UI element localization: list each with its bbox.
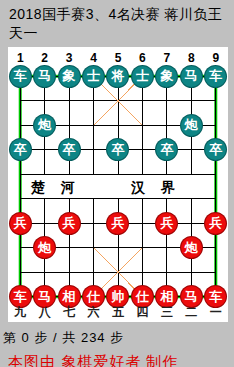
- file-labels-bottom: 九 八 七 六 五 四 三 二 一: [8, 305, 228, 319]
- piece-black-cannon[interactable]: 炮: [181, 115, 202, 136]
- piece-black-soldier[interactable]: 卒: [107, 139, 128, 160]
- file-label-five: 五: [112, 306, 124, 319]
- piece-black-general[interactable]: 将: [107, 66, 128, 87]
- piece-red-cannon[interactable]: 炮: [34, 237, 55, 258]
- piece-black-soldier[interactable]: 卒: [10, 139, 31, 160]
- piece-black-soldier[interactable]: 卒: [156, 139, 177, 160]
- file-label-9: 9: [212, 52, 219, 64]
- file-label-7: 7: [164, 52, 171, 64]
- piece-red-soldier[interactable]: 兵: [107, 213, 128, 234]
- piece-black-soldier[interactable]: 卒: [59, 139, 80, 160]
- piece-black-chariot[interactable]: 车: [205, 66, 226, 87]
- piece-red-soldier[interactable]: 兵: [205, 213, 226, 234]
- piece-black-soldier[interactable]: 卒: [205, 139, 226, 160]
- file-label-six: 六: [88, 306, 100, 319]
- piece-red-soldier[interactable]: 兵: [156, 213, 177, 234]
- credit-line: 本图由 象棋爱好者 制作: [8, 353, 234, 367]
- piece-black-chariot[interactable]: 车: [10, 66, 31, 87]
- file-label-four: 四: [136, 306, 148, 319]
- file-label-2: 2: [41, 52, 48, 64]
- file-label-4: 4: [90, 52, 97, 64]
- move-counter: 第 0 步 / 共 234 步: [3, 329, 234, 347]
- xiangqi-board: 楚 河 汉 界 车马象士将士象马车炮炮卒卒卒卒卒兵兵兵兵兵炮炮车马相仕帅仕相马车: [8, 64, 228, 309]
- piece-red-cannon[interactable]: 炮: [181, 237, 202, 258]
- file-label-eight: 八: [39, 306, 51, 319]
- piece-black-elephant[interactable]: 象: [59, 66, 80, 87]
- file-label-seven: 七: [63, 306, 75, 319]
- piece-black-horse[interactable]: 马: [181, 66, 202, 87]
- file-label-6: 6: [139, 52, 146, 64]
- file-label-two: 二: [185, 306, 197, 319]
- board-panel: 1 2 3 4 5 6 7 8 9 楚 河 汉 界 车马象士将士象马车炮炮卒卒卒…: [8, 47, 228, 322]
- file-label-three: 三: [161, 306, 173, 319]
- piece-red-soldier[interactable]: 兵: [10, 213, 31, 234]
- file-label-5: 5: [115, 52, 122, 64]
- file-label-8: 8: [188, 52, 195, 64]
- piece-black-elephant[interactable]: 象: [156, 66, 177, 87]
- file-label-one: 一: [210, 306, 222, 319]
- file-label-1: 1: [17, 52, 24, 64]
- pieces-grid: 车马象士将士象马车炮炮卒卒卒卒卒兵兵兵兵兵炮炮车马相仕帅仕相马车: [8, 64, 228, 309]
- file-label-3: 3: [66, 52, 73, 64]
- piece-black-cannon[interactable]: 炮: [34, 115, 55, 136]
- piece-black-horse[interactable]: 马: [34, 66, 55, 87]
- file-label-nine: 九: [14, 306, 26, 319]
- file-labels-top: 1 2 3 4 5 6 7 8 9: [8, 47, 228, 64]
- piece-red-soldier[interactable]: 兵: [59, 213, 80, 234]
- page-title: 2018国手赛3、4名决赛 蒋川负王天一: [9, 5, 226, 43]
- piece-black-advisor[interactable]: 士: [83, 66, 104, 87]
- piece-black-advisor[interactable]: 士: [132, 66, 153, 87]
